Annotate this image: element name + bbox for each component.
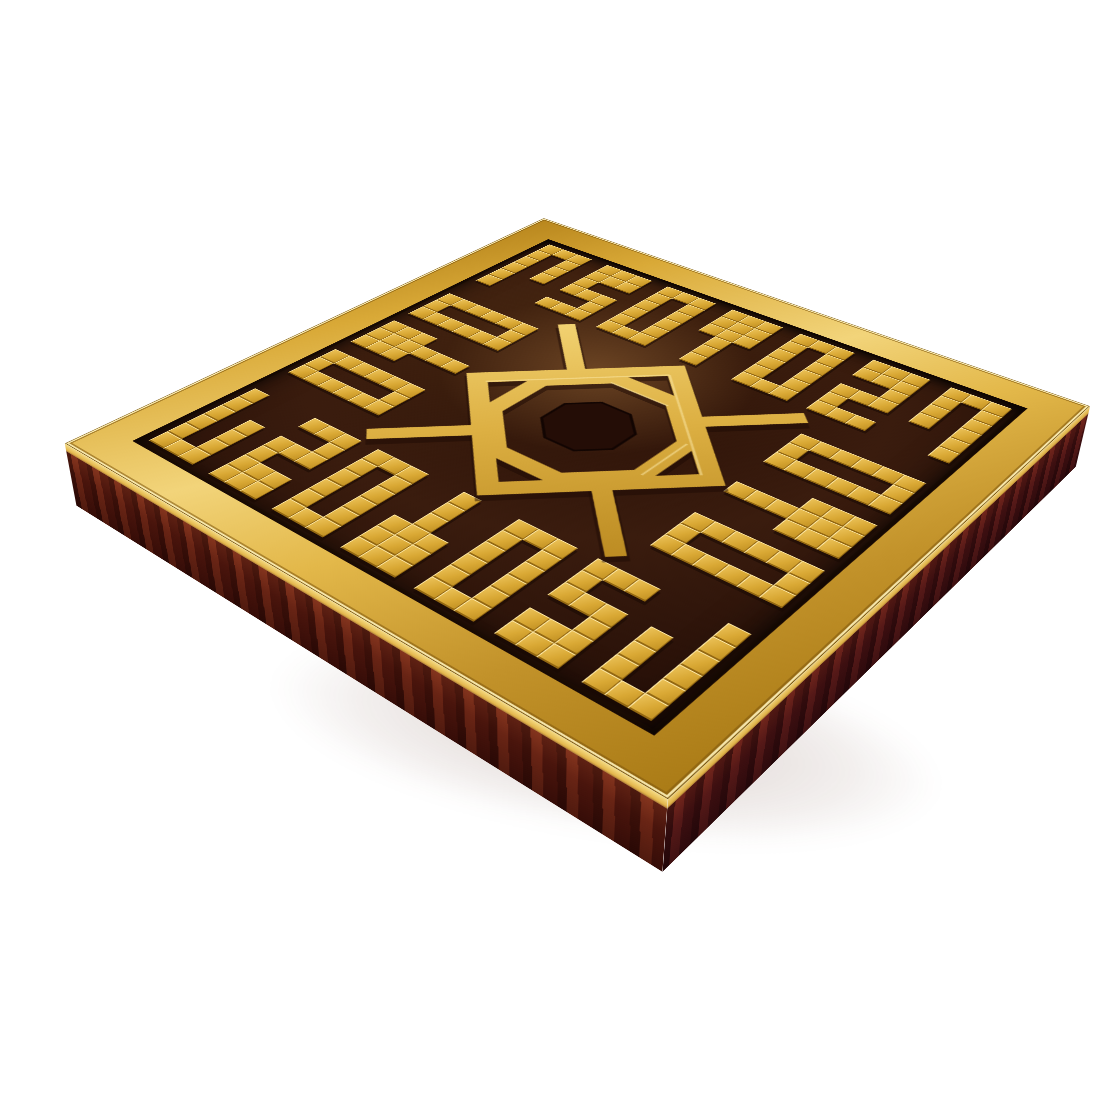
center-hole [524, 394, 651, 460]
product-photo-stage [0, 0, 1100, 1100]
